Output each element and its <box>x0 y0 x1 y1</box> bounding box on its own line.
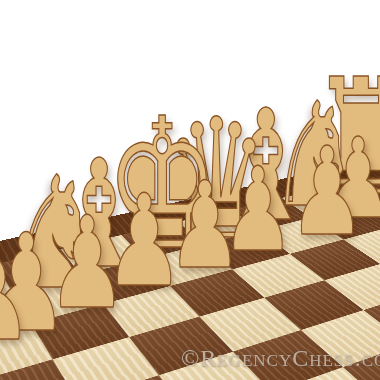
chess-set-photo: ©RegencyChess.co ♜♞♝♛♚♝♞♟♟♟♟♟♟♟♟ <box>0 0 380 380</box>
piece-white-pawn-b2: ♟ <box>289 131 366 253</box>
watermark-text: ©RegencyChess.co <box>181 346 380 370</box>
piece-white-pawn-h2: ♟ <box>0 221 34 361</box>
